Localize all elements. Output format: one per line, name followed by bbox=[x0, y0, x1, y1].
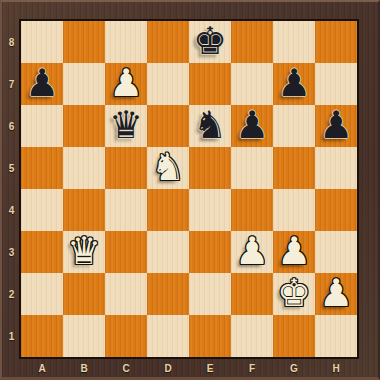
rank-label-6: 6 bbox=[2, 105, 21, 147]
square-c6[interactable]: ♛ bbox=[105, 105, 147, 147]
white-pawn[interactable]: ♟ bbox=[109, 64, 143, 102]
square-h6[interactable]: ♟ bbox=[315, 105, 357, 147]
square-g7[interactable]: ♟ bbox=[273, 63, 315, 105]
square-c1[interactable] bbox=[105, 315, 147, 357]
black-pawn[interactable]: ♟ bbox=[319, 106, 353, 144]
square-a4[interactable] bbox=[21, 189, 63, 231]
file-label-g: G bbox=[273, 357, 315, 379]
square-f5[interactable] bbox=[231, 147, 273, 189]
square-f4[interactable] bbox=[231, 189, 273, 231]
square-a3[interactable] bbox=[21, 231, 63, 273]
file-label-c: C bbox=[105, 357, 147, 379]
square-b4[interactable] bbox=[63, 189, 105, 231]
rank-label-5: 5 bbox=[2, 147, 21, 189]
square-h7[interactable] bbox=[315, 63, 357, 105]
square-g8[interactable] bbox=[273, 21, 315, 63]
square-a1[interactable] bbox=[21, 315, 63, 357]
file-label-f: F bbox=[231, 357, 273, 379]
black-pawn[interactable]: ♟ bbox=[25, 64, 59, 102]
square-e8[interactable]: ♚ bbox=[189, 21, 231, 63]
square-f7[interactable] bbox=[231, 63, 273, 105]
rank-label-3: 3 bbox=[2, 231, 21, 273]
square-b3[interactable]: ♛ bbox=[63, 231, 105, 273]
square-d4[interactable] bbox=[147, 189, 189, 231]
file-label-e: E bbox=[189, 357, 231, 379]
square-g4[interactable] bbox=[273, 189, 315, 231]
square-e6[interactable]: ♞ bbox=[189, 105, 231, 147]
square-c8[interactable] bbox=[105, 21, 147, 63]
square-b5[interactable] bbox=[63, 147, 105, 189]
square-f2[interactable] bbox=[231, 273, 273, 315]
square-e2[interactable] bbox=[189, 273, 231, 315]
square-h3[interactable] bbox=[315, 231, 357, 273]
square-f1[interactable] bbox=[231, 315, 273, 357]
square-g3[interactable]: ♟ bbox=[273, 231, 315, 273]
square-e7[interactable] bbox=[189, 63, 231, 105]
square-b6[interactable] bbox=[63, 105, 105, 147]
rank-label-4: 4 bbox=[2, 189, 21, 231]
square-f3[interactable]: ♟ bbox=[231, 231, 273, 273]
square-h5[interactable] bbox=[315, 147, 357, 189]
rank-label-7: 7 bbox=[2, 63, 21, 105]
square-h8[interactable] bbox=[315, 21, 357, 63]
square-e3[interactable] bbox=[189, 231, 231, 273]
square-e4[interactable] bbox=[189, 189, 231, 231]
square-a8[interactable] bbox=[21, 21, 63, 63]
square-b2[interactable] bbox=[63, 273, 105, 315]
square-b7[interactable] bbox=[63, 63, 105, 105]
black-knight[interactable]: ♞ bbox=[193, 106, 227, 144]
square-c4[interactable] bbox=[105, 189, 147, 231]
square-a2[interactable] bbox=[21, 273, 63, 315]
square-g5[interactable] bbox=[273, 147, 315, 189]
square-h1[interactable] bbox=[315, 315, 357, 357]
square-f6[interactable]: ♟ bbox=[231, 105, 273, 147]
square-g2[interactable]: ♚ bbox=[273, 273, 315, 315]
white-king[interactable]: ♚ bbox=[277, 274, 311, 312]
square-d1[interactable] bbox=[147, 315, 189, 357]
file-label-b: B bbox=[63, 357, 105, 379]
black-king[interactable]: ♚ bbox=[193, 22, 227, 60]
white-pawn[interactable]: ♟ bbox=[277, 232, 311, 270]
chess-board: ♚♟♟♟♛♞♟♟♞♛♟♟♚♟ bbox=[21, 21, 357, 357]
square-h2[interactable]: ♟ bbox=[315, 273, 357, 315]
file-label-d: D bbox=[147, 357, 189, 379]
white-pawn[interactable]: ♟ bbox=[319, 274, 353, 312]
square-d5[interactable]: ♞ bbox=[147, 147, 189, 189]
square-b8[interactable] bbox=[63, 21, 105, 63]
square-h4[interactable] bbox=[315, 189, 357, 231]
square-d3[interactable] bbox=[147, 231, 189, 273]
black-pawn[interactable]: ♟ bbox=[235, 106, 269, 144]
rank-label-2: 2 bbox=[2, 273, 21, 315]
square-c2[interactable] bbox=[105, 273, 147, 315]
square-e5[interactable] bbox=[189, 147, 231, 189]
black-queen[interactable]: ♛ bbox=[109, 106, 143, 144]
square-g1[interactable] bbox=[273, 315, 315, 357]
rank-label-8: 8 bbox=[2, 21, 21, 63]
square-d6[interactable] bbox=[147, 105, 189, 147]
square-c7[interactable]: ♟ bbox=[105, 63, 147, 105]
white-knight[interactable]: ♞ bbox=[151, 148, 185, 186]
white-queen[interactable]: ♛ bbox=[67, 232, 101, 270]
rank-label-1: 1 bbox=[2, 315, 21, 357]
square-b1[interactable] bbox=[63, 315, 105, 357]
black-pawn[interactable]: ♟ bbox=[277, 64, 311, 102]
square-c3[interactable] bbox=[105, 231, 147, 273]
file-label-h: H bbox=[315, 357, 357, 379]
square-a7[interactable]: ♟ bbox=[21, 63, 63, 105]
file-label-a: A bbox=[21, 357, 63, 379]
square-d7[interactable] bbox=[147, 63, 189, 105]
board-frame: ♚♟♟♟♛♞♟♟♞♛♟♟♚♟ 87654321 ABCDEFGH bbox=[0, 0, 380, 380]
square-g6[interactable] bbox=[273, 105, 315, 147]
square-e1[interactable] bbox=[189, 315, 231, 357]
square-d8[interactable] bbox=[147, 21, 189, 63]
square-a5[interactable] bbox=[21, 147, 63, 189]
square-d2[interactable] bbox=[147, 273, 189, 315]
white-pawn[interactable]: ♟ bbox=[235, 232, 269, 270]
square-f8[interactable] bbox=[231, 21, 273, 63]
square-a6[interactable] bbox=[21, 105, 63, 147]
square-c5[interactable] bbox=[105, 147, 147, 189]
